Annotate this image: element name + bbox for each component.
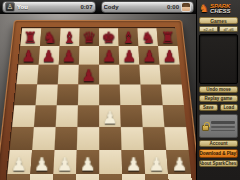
piece-red-bishop[interactable]: ♝ <box>60 29 80 46</box>
square-c6[interactable] <box>58 65 79 85</box>
piece-red-pawn[interactable]: ♟ <box>59 48 79 65</box>
square-f2[interactable]: ♟ <box>122 150 146 174</box>
logo-word-chess: CHESS <box>210 9 231 14</box>
square-d1[interactable]: ♛ <box>76 174 100 180</box>
square-g6[interactable] <box>139 65 161 85</box>
square-e2[interactable] <box>99 150 122 174</box>
piece-red-bishop[interactable]: ♝ <box>119 29 139 46</box>
save-button[interactable]: Save <box>199 104 218 111</box>
square-e7[interactable]: ♟ <box>99 46 119 65</box>
square-h3[interactable] <box>164 127 188 150</box>
move-chip-2[interactable]: d7-d6 <box>219 26 238 32</box>
square-d5[interactable] <box>78 85 99 106</box>
about-sparkchess-button[interactable]: About SparkChess <box>199 160 238 167</box>
undo-move-button[interactable]: Undo move <box>199 86 238 93</box>
square-d4[interactable] <box>77 105 99 127</box>
square-b3[interactable] <box>32 127 55 150</box>
save-load-row: Save Load <box>199 102 238 111</box>
piece-white-pawn[interactable]: ♟ <box>53 155 76 175</box>
square-a6[interactable] <box>16 65 38 85</box>
square-b6[interactable] <box>37 65 59 85</box>
piece-white-pawn[interactable]: ♟ <box>99 109 121 127</box>
square-f3[interactable] <box>121 127 144 150</box>
square-c2[interactable]: ♟ <box>53 150 77 174</box>
knight-logo-icon: ♞ <box>199 3 209 14</box>
square-e8[interactable]: ♚ <box>99 28 119 46</box>
square-b7[interactable]: ♟ <box>39 46 60 65</box>
square-b4[interactable] <box>34 105 57 127</box>
account-button[interactable]: Account <box>199 140 238 147</box>
piece-red-pawn[interactable]: ♟ <box>159 48 179 65</box>
square-g5[interactable] <box>140 85 162 106</box>
right-player-avatar <box>181 2 191 12</box>
square-g4[interactable] <box>142 105 165 127</box>
player-panel-left: ♙ You 0:07 <box>2 1 96 13</box>
square-c5[interactable] <box>57 85 79 106</box>
square-f6[interactable] <box>119 65 140 85</box>
square-e6[interactable] <box>99 65 120 85</box>
square-f7[interactable]: ♟ <box>119 46 140 65</box>
square-c3[interactable] <box>54 127 77 150</box>
square-d8[interactable]: ♛ <box>79 28 99 46</box>
square-g2[interactable]: ♟ <box>144 150 168 174</box>
load-button[interactable]: Load <box>220 104 239 111</box>
left-player-name: You <box>17 4 78 10</box>
square-h7[interactable]: ♟ <box>158 46 180 65</box>
lock-icon <box>202 125 209 131</box>
piece-red-rook[interactable]: ♜ <box>20 29 40 46</box>
sidebar: ♞ SPARK CHESS Games e2-e4 d7-d6 Undo mov… <box>196 0 240 180</box>
square-a8[interactable]: ♜ <box>20 28 41 46</box>
square-a3[interactable] <box>10 127 34 150</box>
square-a4[interactable] <box>12 105 35 127</box>
square-c8[interactable]: ♝ <box>60 28 80 46</box>
square-a2[interactable]: ♟ <box>7 150 32 174</box>
piece-white-pawn[interactable]: ♟ <box>76 155 99 175</box>
square-a7[interactable]: ♟ <box>18 46 40 65</box>
square-d2[interactable]: ♟ <box>76 150 99 174</box>
tab-games[interactable]: Games <box>199 17 238 24</box>
square-c4[interactable] <box>56 105 78 127</box>
square-f1[interactable]: ♝ <box>122 174 146 180</box>
square-d3[interactable] <box>77 127 99 150</box>
piece-red-queen[interactable]: ♛ <box>79 29 99 46</box>
square-h6[interactable] <box>160 65 182 85</box>
piece-red-knight[interactable]: ♞ <box>40 29 60 46</box>
right-player-clock: 0:00 <box>167 4 179 10</box>
piece-white-pawn[interactable]: ♟ <box>30 155 53 175</box>
square-f4[interactable] <box>120 105 142 127</box>
board-area: ♜♞♝♛♚♝♞♜♟♟♟♟♟♟♟♟♟♟♟♟♟♟♟♟♜♞♝♛♚♝♞♜ <box>0 14 196 180</box>
square-b8[interactable]: ♞ <box>40 28 61 46</box>
board-scene: ♜♞♝♛♚♝♞♜♟♟♟♟♟♟♟♟♟♟♟♟♟♟♟♟♜♞♝♛♚♝♞♜ <box>0 20 196 180</box>
replay-game-button[interactable]: Replay game <box>199 95 238 102</box>
multiplayer-locked-panel <box>199 114 238 138</box>
player-panel-right: Cody 0:00 <box>101 1 195 13</box>
locked-text-lines <box>211 121 235 131</box>
piece-white-pawn[interactable]: ♟ <box>122 155 145 175</box>
square-b2[interactable]: ♟ <box>30 150 54 174</box>
square-d6[interactable]: ♟ <box>78 65 99 85</box>
square-b1[interactable]: ♞ <box>28 174 53 180</box>
top-bar: ♙ You 0:07 Cody 0:00 <box>0 0 196 14</box>
piece-red-pawn[interactable]: ♟ <box>18 48 38 65</box>
piece-red-king[interactable]: ♚ <box>99 29 119 46</box>
square-h1[interactable]: ♜ <box>168 174 194 180</box>
square-f5[interactable] <box>120 85 142 106</box>
piece-red-pawn[interactable]: ♟ <box>78 67 99 84</box>
square-g7[interactable]: ♟ <box>138 46 159 65</box>
square-g8[interactable]: ♞ <box>137 28 158 46</box>
sparkchess-logo: ♞ SPARK CHESS <box>199 1 238 16</box>
square-e1[interactable]: ♚ <box>99 174 123 180</box>
move-list-row: e2-e4 d7-d6 <box>199 26 238 32</box>
move-list-panel[interactable] <box>199 34 238 84</box>
left-player-clock: 0:07 <box>80 4 92 10</box>
square-a5[interactable] <box>14 85 37 106</box>
piece-red-pawn[interactable]: ♟ <box>139 48 159 65</box>
board-frame: ♜♞♝♛♚♝♞♜♟♟♟♟♟♟♟♟♟♟♟♟♟♟♟♟♜♞♝♛♚♝♞♜ <box>0 20 196 180</box>
piece-red-pawn[interactable]: ♟ <box>99 48 119 65</box>
square-c1[interactable]: ♝ <box>52 174 76 180</box>
move-chip-1[interactable]: e2-e4 <box>199 26 218 32</box>
square-c7[interactable]: ♟ <box>59 46 80 65</box>
piece-red-knight[interactable]: ♞ <box>138 29 158 46</box>
square-d7[interactable] <box>79 46 99 65</box>
piece-red-rook[interactable]: ♜ <box>158 29 178 46</box>
square-h5[interactable] <box>161 85 184 106</box>
piece-white-pawn[interactable]: ♟ <box>7 155 30 175</box>
board-grid: ♜♞♝♛♚♝♞♜♟♟♟♟♟♟♟♟♟♟♟♟♟♟♟♟♜♞♝♛♚♝♞♜ <box>3 27 192 180</box>
square-h8[interactable]: ♜ <box>157 28 178 46</box>
square-b5[interactable] <box>36 85 58 106</box>
avatar-hair <box>182 3 190 7</box>
piece-red-pawn[interactable]: ♟ <box>119 48 139 65</box>
square-h2[interactable]: ♟ <box>166 150 191 174</box>
left-player-avatar: ♙ <box>5 2 15 12</box>
square-e3[interactable] <box>99 127 121 150</box>
piece-white-pawn[interactable]: ♟ <box>168 155 191 175</box>
download-play-button[interactable]: Download & Play! <box>199 149 238 158</box>
square-f8[interactable]: ♝ <box>118 28 138 46</box>
square-g1[interactable]: ♞ <box>145 174 170 180</box>
square-e5[interactable] <box>99 85 120 106</box>
square-a1[interactable]: ♜ <box>5 174 31 180</box>
right-player-name: Cody <box>104 4 165 10</box>
piece-white-pawn[interactable]: ♟ <box>145 155 168 175</box>
piece-red-pawn[interactable]: ♟ <box>39 48 59 65</box>
square-e4[interactable]: ♟ <box>99 105 121 127</box>
square-g3[interactable] <box>143 127 167 150</box>
white-pawn-avatar-icon: ♙ <box>7 4 13 11</box>
sparkchess-app: ♙ You 0:07 Cody 0:00 ♜♞♝♛♚♝♞♜♟♟♟♟♟♟♟♟♟♟♟… <box>0 0 240 180</box>
square-h4[interactable] <box>163 105 186 127</box>
